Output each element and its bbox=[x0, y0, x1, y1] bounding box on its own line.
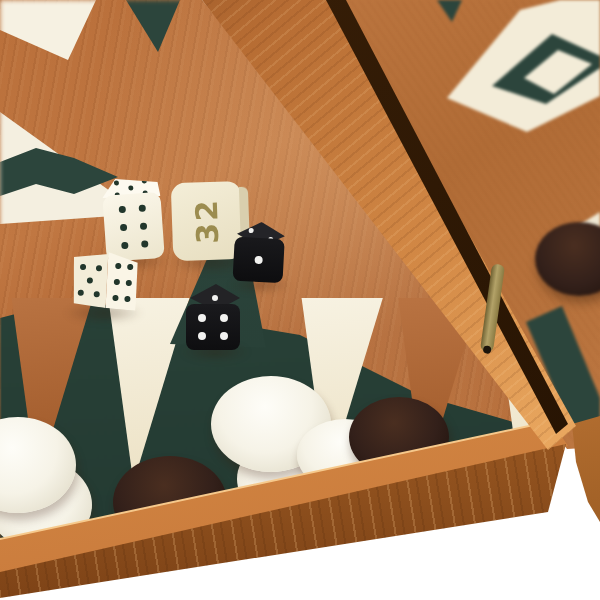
die-face-right bbox=[103, 252, 142, 313]
black-die-1[interactable] bbox=[182, 284, 246, 352]
die-pip bbox=[87, 277, 94, 284]
die-pip bbox=[120, 224, 127, 231]
white-die-2[interactable] bbox=[67, 243, 145, 317]
die-pip bbox=[93, 291, 100, 298]
die-pip bbox=[220, 314, 228, 322]
die-pip bbox=[128, 185, 133, 190]
die-pip bbox=[114, 279, 121, 286]
die-face-front bbox=[186, 304, 240, 350]
die-pip bbox=[119, 205, 126, 212]
die-pip bbox=[114, 180, 119, 185]
die-pip bbox=[115, 263, 122, 270]
die-pip bbox=[138, 204, 145, 211]
die-face-left bbox=[70, 251, 111, 310]
die-pip bbox=[141, 179, 146, 184]
black-die-2[interactable] bbox=[228, 218, 291, 287]
die-face-front bbox=[233, 237, 285, 284]
dice-layer: 32 bbox=[0, 0, 600, 600]
die-pip bbox=[80, 263, 87, 270]
backgammon-photo-scene: 32 bbox=[0, 0, 600, 600]
die-pip bbox=[124, 296, 131, 303]
die-pip bbox=[96, 265, 103, 272]
die-pip bbox=[127, 264, 134, 271]
die-pip bbox=[141, 241, 148, 248]
die-pip bbox=[220, 332, 228, 340]
die-pip bbox=[212, 295, 218, 301]
die-pip bbox=[78, 290, 85, 297]
die-pip bbox=[140, 222, 147, 229]
cube-value: 32 bbox=[189, 198, 226, 245]
die-pip bbox=[254, 256, 262, 264]
die-pip bbox=[125, 280, 132, 287]
die-pip bbox=[198, 332, 206, 340]
die-pip bbox=[248, 228, 253, 233]
die-pip bbox=[198, 314, 206, 322]
die-pip bbox=[112, 295, 119, 302]
